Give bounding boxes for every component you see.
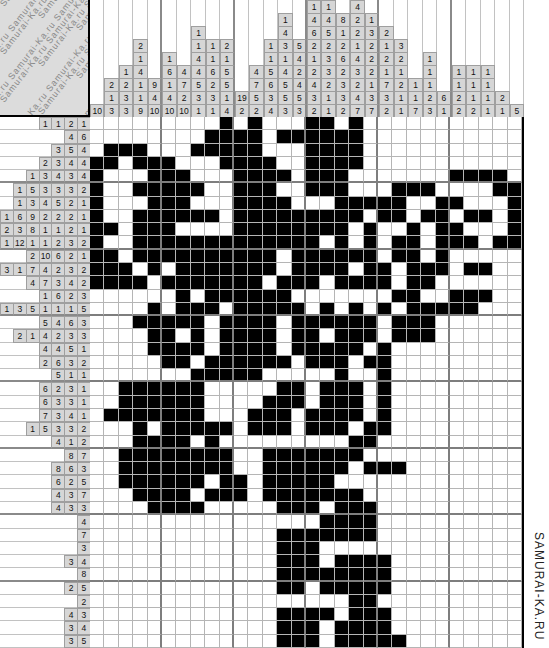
grid-cell-filled[interactable] (378, 582, 392, 595)
grid-cell-empty[interactable] (421, 555, 435, 568)
grid-cell-empty[interactable] (493, 515, 507, 528)
grid-cell-empty[interactable] (191, 130, 205, 143)
grid-cell-empty[interactable] (508, 595, 522, 608)
grid-cell-empty[interactable] (436, 502, 450, 515)
grid-cell-empty[interactable] (421, 489, 435, 502)
grid-cell-filled[interactable] (320, 223, 334, 236)
grid-cell-empty[interactable] (191, 117, 205, 130)
grid-cell-empty[interactable] (493, 157, 507, 170)
grid-cell-empty[interactable] (464, 529, 478, 542)
grid-cell-empty[interactable] (450, 449, 464, 462)
grid-cell-empty[interactable] (493, 568, 507, 581)
grid-cell-empty[interactable] (191, 635, 205, 648)
grid-cell-filled[interactable] (349, 502, 363, 515)
grid-cell-empty[interactable] (90, 621, 104, 634)
grid-cell-empty[interactable] (479, 343, 493, 356)
grid-cell-filled[interactable] (292, 502, 306, 515)
grid-cell-empty[interactable] (349, 542, 363, 555)
grid-cell-empty[interactable] (392, 515, 406, 528)
grid-cell-empty[interactable] (508, 409, 522, 422)
grid-cell-empty[interactable] (162, 303, 176, 316)
grid-cell-empty[interactable] (220, 582, 234, 595)
grid-cell-filled[interactable] (205, 236, 219, 249)
grid-cell-filled[interactable] (176, 170, 190, 183)
grid-cell-filled[interactable] (364, 582, 378, 595)
grid-cell-filled[interactable] (277, 635, 291, 648)
grid-cell-filled[interactable] (464, 303, 478, 316)
grid-cell-filled[interactable] (464, 290, 478, 303)
grid-cell-empty[interactable] (436, 635, 450, 648)
grid-cell-filled[interactable] (479, 170, 493, 183)
grid-cell-empty[interactable] (407, 462, 421, 475)
grid-cell-filled[interactable] (162, 183, 176, 196)
grid-cell-empty[interactable] (133, 555, 147, 568)
grid-cell-empty[interactable] (263, 436, 277, 449)
grid-cell-filled[interactable] (392, 210, 406, 223)
grid-cell-empty[interactable] (335, 303, 349, 316)
grid-cell-empty[interactable] (119, 210, 133, 223)
grid-cell-empty[interactable] (436, 276, 450, 289)
grid-cell-empty[interactable] (436, 409, 450, 422)
grid-cell-filled[interactable] (162, 382, 176, 395)
grid-cell-filled[interactable] (335, 502, 349, 515)
grid-cell-empty[interactable] (407, 436, 421, 449)
grid-cell-empty[interactable] (479, 276, 493, 289)
grid-cell-empty[interactable] (90, 356, 104, 369)
grid-cell-filled[interactable] (162, 502, 176, 515)
grid-cell-filled[interactable] (162, 422, 176, 435)
grid-cell-empty[interactable] (320, 329, 334, 342)
grid-cell-empty[interactable] (133, 542, 147, 555)
grid-cell-filled[interactable] (349, 608, 363, 621)
grid-cell-empty[interactable] (392, 621, 406, 634)
grid-cell-empty[interactable] (508, 462, 522, 475)
grid-cell-filled[interactable] (205, 303, 219, 316)
grid-cell-filled[interactable] (306, 356, 320, 369)
grid-cell-empty[interactable] (450, 502, 464, 515)
grid-cell-empty[interactable] (263, 130, 277, 143)
grid-cell-filled[interactable] (349, 635, 363, 648)
grid-cell-filled[interactable] (248, 130, 262, 143)
grid-cell-filled[interactable] (335, 568, 349, 581)
grid-cell-filled[interactable] (162, 236, 176, 249)
grid-cell-filled[interactable] (191, 343, 205, 356)
grid-cell-empty[interactable] (508, 621, 522, 634)
grid-cell-empty[interactable] (349, 223, 363, 236)
grid-cell-empty[interactable] (378, 515, 392, 528)
grid-cell-filled[interactable] (335, 382, 349, 395)
grid-cell-empty[interactable] (407, 568, 421, 581)
grid-cell-empty[interactable] (364, 409, 378, 422)
grid-cell-filled[interactable] (306, 449, 320, 462)
grid-cell-empty[interactable] (378, 449, 392, 462)
grid-cell-filled[interactable] (320, 343, 334, 356)
grid-cell-filled[interactable] (335, 276, 349, 289)
grid-cell-filled[interactable] (378, 197, 392, 210)
grid-cell-filled[interactable] (320, 475, 334, 488)
grid-cell-filled[interactable] (320, 608, 334, 621)
grid-cell-empty[interactable] (335, 290, 349, 303)
grid-cell-empty[interactable] (364, 449, 378, 462)
grid-cell-filled[interactable] (263, 170, 277, 183)
grid-cell-empty[interactable] (220, 223, 234, 236)
grid-cell-empty[interactable] (119, 197, 133, 210)
grid-cell-filled[interactable] (335, 210, 349, 223)
grid-cell-empty[interactable] (90, 489, 104, 502)
grid-cell-empty[interactable] (450, 356, 464, 369)
grid-cell-filled[interactable] (263, 422, 277, 435)
grid-cell-filled[interactable] (392, 316, 406, 329)
grid-cell-filled[interactable] (133, 157, 147, 170)
grid-cell-empty[interactable] (508, 502, 522, 515)
grid-cell-filled[interactable] (248, 369, 262, 382)
grid-cell-empty[interactable] (407, 555, 421, 568)
grid-cell-filled[interactable] (205, 489, 219, 502)
grid-cell-empty[interactable] (378, 475, 392, 488)
grid-cell-filled[interactable] (349, 117, 363, 130)
grid-cell-filled[interactable] (148, 263, 162, 276)
grid-cell-empty[interactable] (162, 369, 176, 382)
grid-cell-filled[interactable] (248, 343, 262, 356)
grid-cell-filled[interactable] (378, 276, 392, 289)
grid-cell-filled[interactable] (320, 316, 334, 329)
grid-cell-empty[interactable] (421, 635, 435, 648)
grid-cell-empty[interactable] (436, 462, 450, 475)
grid-cell-filled[interactable] (364, 236, 378, 249)
grid-cell-filled[interactable] (292, 542, 306, 555)
grid-cell-filled[interactable] (104, 263, 118, 276)
grid-cell-filled[interactable] (292, 396, 306, 409)
grid-cell-empty[interactable] (508, 529, 522, 542)
grid-cell-empty[interactable] (220, 210, 234, 223)
grid-cell-filled[interactable] (306, 263, 320, 276)
grid-cell-empty[interactable] (450, 462, 464, 475)
grid-cell-filled[interactable] (292, 568, 306, 581)
grid-cell-empty[interactable] (148, 568, 162, 581)
grid-cell-empty[interactable] (464, 568, 478, 581)
grid-cell-empty[interactable] (277, 343, 291, 356)
grid-cell-empty[interactable] (392, 449, 406, 462)
grid-cell-filled[interactable] (191, 263, 205, 276)
grid-cell-empty[interactable] (90, 422, 104, 435)
grid-cell-empty[interactable] (450, 263, 464, 276)
grid-cell-filled[interactable] (464, 236, 478, 249)
grid-cell-filled[interactable] (335, 396, 349, 409)
grid-cell-filled[interactable] (191, 183, 205, 196)
grid-cell-empty[interactable] (104, 422, 118, 435)
grid-cell-filled[interactable] (335, 329, 349, 342)
grid-cell-empty[interactable] (436, 170, 450, 183)
grid-cell-filled[interactable] (133, 422, 147, 435)
grid-cell-empty[interactable] (148, 290, 162, 303)
grid-cell-empty[interactable] (493, 369, 507, 382)
grid-cell-filled[interactable] (407, 276, 421, 289)
grid-cell-empty[interactable] (392, 303, 406, 316)
grid-cell-empty[interactable] (263, 608, 277, 621)
grid-cell-filled[interactable] (508, 223, 522, 236)
grid-cell-filled[interactable] (191, 250, 205, 263)
grid-cell-empty[interactable] (263, 502, 277, 515)
grid-cell-empty[interactable] (162, 621, 176, 634)
grid-cell-empty[interactable] (104, 462, 118, 475)
grid-cell-filled[interactable] (162, 210, 176, 223)
grid-cell-empty[interactable] (133, 621, 147, 634)
grid-cell-empty[interactable] (104, 396, 118, 409)
grid-cell-filled[interactable] (306, 130, 320, 143)
grid-cell-filled[interactable] (436, 263, 450, 276)
grid-cell-filled[interactable] (205, 144, 219, 157)
grid-cell-filled[interactable] (306, 462, 320, 475)
grid-cell-filled[interactable] (277, 542, 291, 555)
grid-cell-empty[interactable] (364, 183, 378, 196)
grid-cell-empty[interactable] (392, 409, 406, 422)
grid-cell-empty[interactable] (320, 621, 334, 634)
grid-cell-empty[interactable] (148, 582, 162, 595)
grid-cell-filled[interactable] (119, 449, 133, 462)
grid-cell-empty[interactable] (436, 595, 450, 608)
grid-cell-filled[interactable] (292, 582, 306, 595)
grid-cell-filled[interactable] (320, 409, 334, 422)
grid-cell-empty[interactable] (176, 130, 190, 143)
grid-cell-empty[interactable] (364, 170, 378, 183)
grid-cell-empty[interactable] (464, 475, 478, 488)
grid-cell-empty[interactable] (508, 144, 522, 157)
grid-cell-empty[interactable] (479, 449, 493, 462)
grid-cell-empty[interactable] (508, 635, 522, 648)
grid-cell-filled[interactable] (349, 436, 363, 449)
grid-cell-empty[interactable] (162, 542, 176, 555)
grid-cell-empty[interactable] (407, 529, 421, 542)
grid-cell-filled[interactable] (364, 529, 378, 542)
grid-cell-empty[interactable] (277, 316, 291, 329)
grid-cell-filled[interactable] (248, 303, 262, 316)
grid-cell-empty[interactable] (436, 542, 450, 555)
grid-cell-empty[interactable] (104, 130, 118, 143)
grid-cell-empty[interactable] (436, 621, 450, 634)
grid-cell-empty[interactable] (364, 343, 378, 356)
grid-cell-empty[interactable] (104, 316, 118, 329)
grid-cell-empty[interactable] (90, 290, 104, 303)
grid-cell-empty[interactable] (421, 369, 435, 382)
grid-cell-empty[interactable] (104, 303, 118, 316)
grid-cell-empty[interactable] (450, 316, 464, 329)
grid-cell-filled[interactable] (191, 236, 205, 249)
grid-cell-empty[interactable] (436, 529, 450, 542)
grid-cell-filled[interactable] (191, 276, 205, 289)
grid-cell-filled[interactable] (277, 621, 291, 634)
grid-cell-empty[interactable] (493, 436, 507, 449)
grid-cell-filled[interactable] (306, 568, 320, 581)
grid-cell-filled[interactable] (234, 236, 248, 249)
grid-cell-filled[interactable] (176, 462, 190, 475)
grid-cell-empty[interactable] (162, 568, 176, 581)
grid-cell-empty[interactable] (220, 183, 234, 196)
grid-cell-empty[interactable] (320, 436, 334, 449)
grid-cell-empty[interactable] (464, 356, 478, 369)
grid-cell-filled[interactable] (306, 635, 320, 648)
grid-cell-filled[interactable] (364, 595, 378, 608)
grid-cell-empty[interactable] (464, 144, 478, 157)
grid-cell-empty[interactable] (392, 356, 406, 369)
grid-cell-empty[interactable] (479, 356, 493, 369)
grid-cell-empty[interactable] (436, 130, 450, 143)
grid-cell-empty[interactable] (508, 157, 522, 170)
grid-cell-empty[interactable] (248, 382, 262, 395)
grid-cell-filled[interactable] (176, 276, 190, 289)
grid-cell-filled[interactable] (90, 250, 104, 263)
grid-cell-empty[interactable] (90, 502, 104, 515)
grid-cell-filled[interactable] (176, 183, 190, 196)
grid-cell-filled[interactable] (378, 210, 392, 223)
grid-cell-empty[interactable] (133, 170, 147, 183)
grid-cell-filled[interactable] (292, 250, 306, 263)
grid-cell-empty[interactable] (234, 529, 248, 542)
grid-cell-empty[interactable] (464, 329, 478, 342)
grid-cell-empty[interactable] (220, 409, 234, 422)
grid-cell-filled[interactable] (263, 210, 277, 223)
grid-cell-empty[interactable] (392, 502, 406, 515)
grid-cell-empty[interactable] (162, 635, 176, 648)
grid-cell-filled[interactable] (292, 316, 306, 329)
grid-cell-filled[interactable] (320, 422, 334, 435)
grid-cell-filled[interactable] (335, 621, 349, 634)
grid-cell-empty[interactable] (248, 529, 262, 542)
grid-cell-empty[interactable] (378, 489, 392, 502)
grid-cell-empty[interactable] (450, 635, 464, 648)
grid-cell-filled[interactable] (90, 157, 104, 170)
grid-cell-empty[interactable] (133, 303, 147, 316)
grid-cell-empty[interactable] (292, 409, 306, 422)
grid-cell-empty[interactable] (220, 515, 234, 528)
grid-cell-empty[interactable] (392, 595, 406, 608)
grid-cell-filled[interactable] (176, 197, 190, 210)
grid-cell-filled[interactable] (234, 183, 248, 196)
grid-cell-filled[interactable] (263, 396, 277, 409)
grid-cell-filled[interactable] (263, 449, 277, 462)
grid-cell-empty[interactable] (436, 144, 450, 157)
grid-cell-empty[interactable] (263, 542, 277, 555)
grid-cell-empty[interactable] (364, 290, 378, 303)
grid-cell-empty[interactable] (119, 250, 133, 263)
grid-cell-empty[interactable] (335, 436, 349, 449)
grid-cell-empty[interactable] (464, 515, 478, 528)
grid-cell-empty[interactable] (407, 595, 421, 608)
grid-cell-filled[interactable] (292, 635, 306, 648)
grid-cell-empty[interactable] (220, 542, 234, 555)
grid-cell-filled[interactable] (335, 223, 349, 236)
grid-cell-empty[interactable] (493, 409, 507, 422)
grid-cell-filled[interactable] (349, 555, 363, 568)
grid-cell-empty[interactable] (378, 329, 392, 342)
grid-cell-empty[interactable] (508, 542, 522, 555)
grid-cell-filled[interactable] (436, 236, 450, 249)
grid-cell-filled[interactable] (335, 369, 349, 382)
grid-cell-filled[interactable] (148, 157, 162, 170)
grid-cell-filled[interactable] (119, 396, 133, 409)
grid-cell-empty[interactable] (349, 170, 363, 183)
grid-cell-empty[interactable] (90, 582, 104, 595)
grid-cell-filled[interactable] (205, 356, 219, 369)
grid-cell-empty[interactable] (364, 475, 378, 488)
grid-cell-filled[interactable] (364, 263, 378, 276)
grid-cell-filled[interactable] (349, 568, 363, 581)
grid-cell-empty[interactable] (508, 475, 522, 488)
grid-cell-empty[interactable] (421, 290, 435, 303)
grid-cell-empty[interactable] (378, 502, 392, 515)
grid-cell-filled[interactable] (320, 130, 334, 143)
grid-cell-empty[interactable] (335, 608, 349, 621)
grid-cell-filled[interactable] (104, 223, 118, 236)
grid-cell-filled[interactable] (277, 502, 291, 515)
grid-cell-empty[interactable] (220, 436, 234, 449)
grid-cell-empty[interactable] (248, 635, 262, 648)
grid-cell-empty[interactable] (349, 290, 363, 303)
grid-cell-filled[interactable] (248, 316, 262, 329)
grid-cell-filled[interactable] (306, 422, 320, 435)
grid-cell-filled[interactable] (148, 183, 162, 196)
grid-cell-empty[interactable] (508, 582, 522, 595)
grid-cell-empty[interactable] (176, 621, 190, 634)
grid-cell-empty[interactable] (508, 515, 522, 528)
grid-cell-empty[interactable] (464, 396, 478, 409)
grid-cell-filled[interactable] (349, 529, 363, 542)
grid-cell-empty[interactable] (104, 489, 118, 502)
grid-cell-empty[interactable] (464, 223, 478, 236)
grid-cell-empty[interactable] (220, 635, 234, 648)
grid-cell-empty[interactable] (133, 263, 147, 276)
grid-cell-filled[interactable] (306, 489, 320, 502)
grid-cell-filled[interactable] (292, 343, 306, 356)
grid-cell-empty[interactable] (421, 621, 435, 634)
grid-cell-empty[interactable] (104, 555, 118, 568)
grid-cell-filled[interactable] (176, 422, 190, 435)
grid-cell-filled[interactable] (220, 263, 234, 276)
grid-cell-empty[interactable] (234, 542, 248, 555)
grid-cell-empty[interactable] (191, 608, 205, 621)
grid-cell-empty[interactable] (306, 197, 320, 210)
grid-cell-empty[interactable] (479, 515, 493, 528)
grid-cell-empty[interactable] (421, 382, 435, 395)
grid-cell-empty[interactable] (479, 197, 493, 210)
grid-cell-empty[interactable] (493, 144, 507, 157)
grid-cell-empty[interactable] (436, 489, 450, 502)
grid-cell-filled[interactable] (191, 409, 205, 422)
grid-cell-empty[interactable] (119, 369, 133, 382)
grid-cell-filled[interactable] (335, 582, 349, 595)
grid-cell-empty[interactable] (436, 449, 450, 462)
grid-cell-filled[interactable] (148, 343, 162, 356)
grid-cell-filled[interactable] (148, 436, 162, 449)
grid-cell-empty[interactable] (479, 382, 493, 395)
grid-cell-empty[interactable] (493, 462, 507, 475)
grid-cell-empty[interactable] (320, 197, 334, 210)
grid-cell-filled[interactable] (320, 568, 334, 581)
grid-cell-empty[interactable] (148, 529, 162, 542)
grid-cell-empty[interactable] (119, 236, 133, 249)
grid-cell-empty[interactable] (133, 515, 147, 528)
grid-cell-filled[interactable] (220, 236, 234, 249)
grid-cell-empty[interactable] (320, 555, 334, 568)
grid-cell-empty[interactable] (119, 356, 133, 369)
grid-cell-empty[interactable] (407, 409, 421, 422)
grid-cell-filled[interactable] (205, 462, 219, 475)
grid-cell-filled[interactable] (320, 183, 334, 196)
grid-cell-empty[interactable] (493, 396, 507, 409)
grid-cell-filled[interactable] (364, 329, 378, 342)
grid-cell-empty[interactable] (421, 356, 435, 369)
grid-cell-filled[interactable] (205, 276, 219, 289)
grid-cell-empty[interactable] (407, 608, 421, 621)
